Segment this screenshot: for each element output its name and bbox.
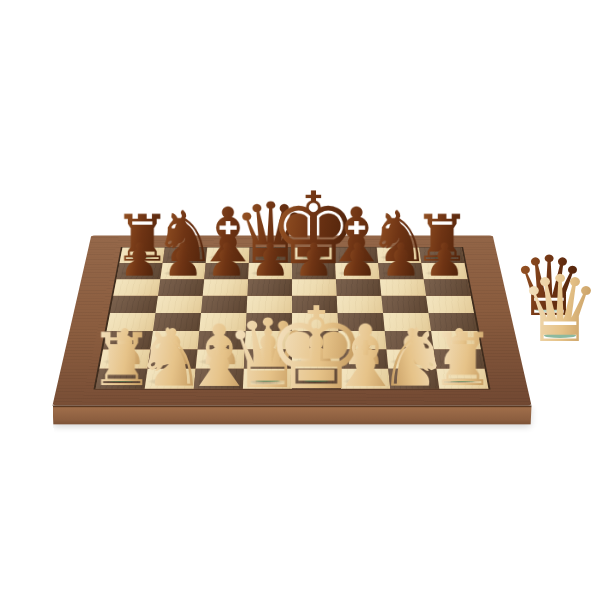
square-g6[interactable]	[380, 279, 426, 296]
chess-board: ♜♞♝♛♚♝♞♜♟♟♟♟♟♟♟♟♟♟♟♟♟♟♟♟♜♞♝♛♚♝♞♜	[52, 236, 531, 406]
board-grid: ♜♞♝♛♚♝♞♜♟♟♟♟♟♟♟♟♟♟♟♟♟♟♟♟♜♞♝♛♚♝♞♜	[93, 247, 490, 390]
scene: ♜♞♝♛♚♝♞♜♟♟♟♟♟♟♟♟♟♟♟♟♟♟♟♟♜♞♝♛♚♝♞♜ ♛ ♛	[0, 0, 600, 600]
square-g7[interactable]: ♟	[378, 263, 423, 279]
square-b6[interactable]	[158, 279, 204, 296]
square-h1[interactable]: ♜	[436, 369, 488, 389]
spare-light-queen[interactable]: ♛	[519, 264, 600, 356]
square-e7[interactable]: ♟	[292, 263, 336, 279]
square-h6[interactable]	[424, 279, 471, 296]
spare-queens-group: ♛ ♛	[500, 210, 600, 355]
square-f7[interactable]: ♟	[335, 263, 380, 279]
board-front-edge	[52, 405, 531, 424]
square-h7[interactable]: ♟	[421, 263, 467, 279]
square-h5[interactable]	[426, 296, 474, 313]
square-a6[interactable]	[113, 279, 160, 296]
square-b7[interactable]: ♟	[160, 263, 205, 279]
square-a5[interactable]	[110, 296, 158, 313]
square-c7[interactable]: ♟	[204, 263, 249, 279]
light-rook: ♜	[430, 324, 496, 397]
square-a7[interactable]: ♟	[116, 263, 162, 279]
square-c6[interactable]	[203, 279, 248, 296]
square-d7[interactable]: ♟	[248, 263, 292, 279]
